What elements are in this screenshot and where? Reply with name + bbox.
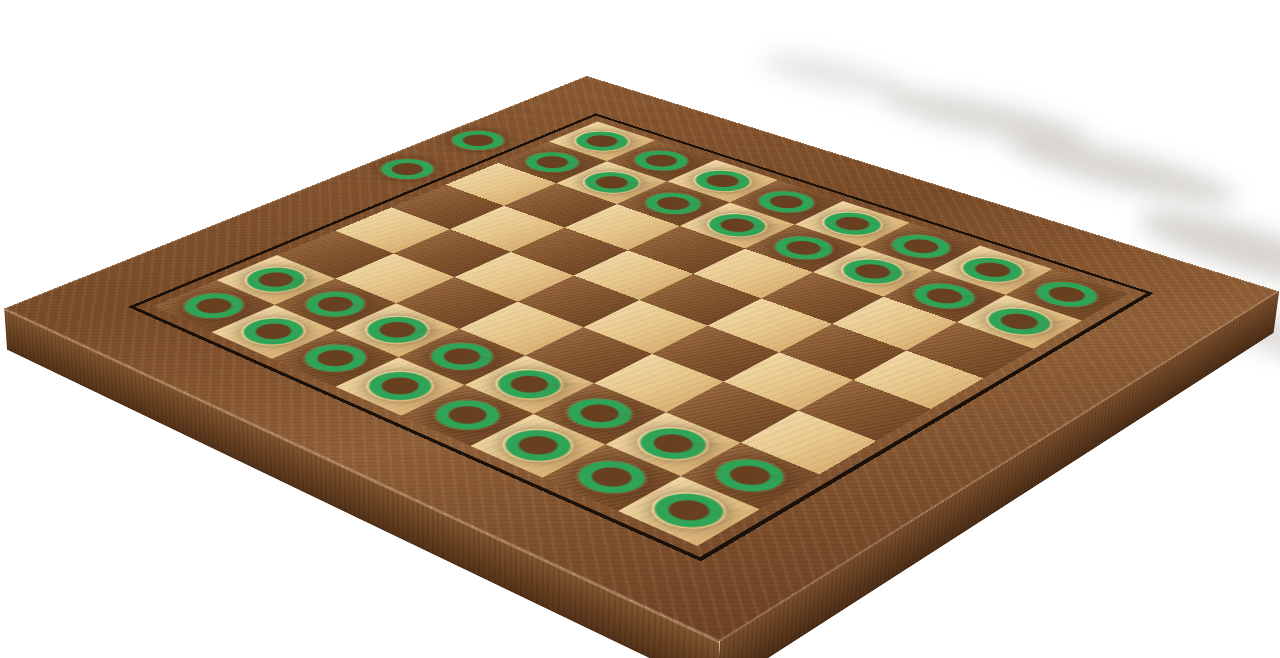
chess-board: ♜♞♝♚♛♝♞♜♟♟♟♟♟♟♟♟♟♟♟♟♟♟♟♟♜♞♝♚♛♝♞♜ ♛♛ [4, 76, 1279, 642]
white-pawn-glyph: ♟ [902, 204, 1135, 330]
scene: ♜♞♝♚♛♝♞♜♟♟♟♟♟♟♟♟♟♟♟♟♟♟♟♟♜♞♝♚♛♝♞♜ ♛♛ [0, 0, 1280, 658]
square-a8[interactable]: ♜ [618, 476, 760, 546]
black-rook-glyph: ♜ [555, 348, 820, 520]
product-photo-white-backdrop: { "game": "chess", "scene": { "title": "… [0, 0, 1280, 658]
